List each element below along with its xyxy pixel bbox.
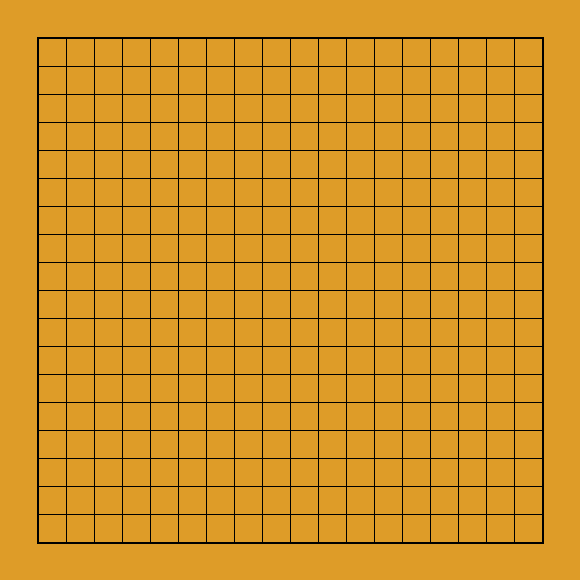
column-labels-top xyxy=(24,2,556,28)
row-labels-right xyxy=(552,24,578,556)
go-board xyxy=(0,0,580,580)
row-labels-left xyxy=(2,24,28,556)
column-labels-bottom xyxy=(24,550,556,576)
stones-grid xyxy=(24,24,556,556)
